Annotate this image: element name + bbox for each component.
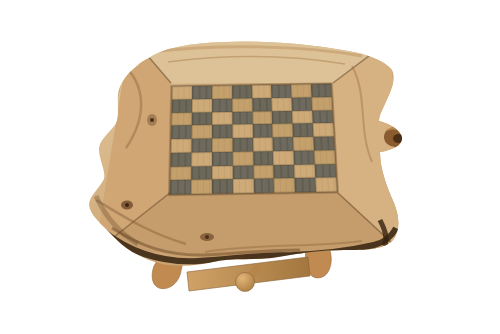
board-square (232, 151, 253, 165)
board-square (212, 125, 232, 139)
board-square (312, 97, 333, 110)
board-square (171, 125, 192, 139)
board-square (253, 179, 274, 193)
board-square (191, 125, 211, 139)
board-square (252, 137, 273, 151)
board-square (191, 166, 212, 180)
product-photo (0, 0, 500, 334)
board-square (191, 138, 212, 152)
board-square (253, 151, 274, 165)
board-square (252, 111, 272, 125)
board-square (170, 166, 191, 180)
board-square (294, 164, 315, 178)
board-square (232, 165, 253, 179)
board-square (233, 179, 254, 193)
board-square (311, 84, 332, 97)
board-square (212, 111, 232, 125)
board-square (212, 86, 232, 99)
board-square (293, 123, 314, 137)
board-square (292, 110, 313, 124)
board-square (313, 123, 334, 137)
board-square (295, 178, 316, 192)
board-square (292, 97, 313, 110)
board-square (232, 111, 252, 125)
board-square (253, 165, 274, 179)
board-square (273, 151, 294, 165)
board-square (252, 85, 272, 98)
board-square (232, 98, 252, 111)
board-square (212, 152, 233, 166)
board-square (272, 124, 293, 138)
board-square (252, 98, 272, 111)
board-square (171, 112, 191, 126)
board-square (172, 86, 192, 99)
board-square (313, 136, 334, 150)
board-square (274, 178, 295, 192)
board-square (293, 137, 314, 151)
board-square (212, 165, 233, 179)
board-square (252, 124, 273, 138)
board-square (232, 85, 252, 98)
board-square (192, 86, 212, 99)
board-square (192, 112, 212, 126)
board-square (232, 124, 252, 138)
board-square (315, 178, 337, 192)
board-square (212, 179, 233, 193)
board-square (212, 98, 232, 111)
board-square (232, 138, 253, 152)
board-square (291, 84, 311, 97)
board-square (191, 180, 212, 194)
board-square (171, 152, 192, 166)
board-square (272, 111, 293, 125)
board-square (191, 152, 212, 166)
board-square (312, 110, 333, 124)
board-square (273, 137, 294, 151)
drawer-knob (236, 273, 255, 292)
board-square (272, 97, 292, 110)
board-square (212, 138, 232, 152)
board-square (314, 150, 335, 164)
board-square (294, 150, 315, 164)
chessboard (170, 84, 337, 194)
branch-knot (384, 127, 406, 147)
board-square (171, 139, 192, 153)
board-square (274, 164, 295, 178)
board-square (170, 180, 191, 194)
board-square (172, 99, 192, 112)
board-square (271, 85, 291, 98)
board-square (192, 99, 212, 112)
board-square (315, 164, 336, 178)
